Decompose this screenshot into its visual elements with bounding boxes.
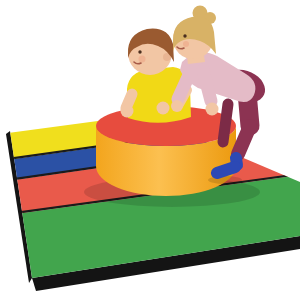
girl-far-hand — [171, 100, 183, 112]
girl-sock-foot — [217, 167, 235, 173]
girl-far-leg — [223, 104, 228, 142]
product-photo — [0, 0, 300, 300]
girl-near-hand — [206, 103, 219, 116]
baby-cheek-blush — [139, 56, 146, 63]
girl-near-arm-sleeve — [203, 70, 211, 101]
baby-left-hand — [121, 105, 134, 118]
scene-canvas — [0, 0, 300, 300]
girl-cheek-blush — [183, 41, 189, 47]
baby-eye — [138, 50, 141, 53]
baby-right-hand — [157, 102, 170, 115]
girl-eye — [183, 34, 186, 37]
